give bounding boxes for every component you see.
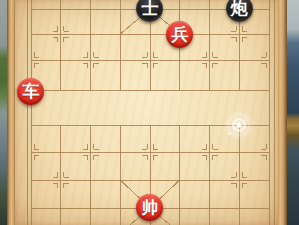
game-screen: 士炮兵车帅 <box>0 0 299 225</box>
piece-label: 炮 <box>231 0 248 17</box>
piece-label: 车 <box>22 83 39 100</box>
piece-red-general[interactable]: 帅 <box>136 194 163 221</box>
pieces-layer: 士炮兵车帅 <box>16 0 284 225</box>
piece-red-chariot[interactable]: 车 <box>17 78 44 105</box>
piece-black-advisor[interactable]: 士 <box>136 0 163 22</box>
piece-label: 帅 <box>141 199 158 216</box>
piece-black-cannon[interactable]: 炮 <box>226 0 253 22</box>
piece-label: 士 <box>141 0 158 17</box>
piece-red-soldier[interactable]: 兵 <box>166 21 193 48</box>
piece-label: 兵 <box>171 26 188 43</box>
